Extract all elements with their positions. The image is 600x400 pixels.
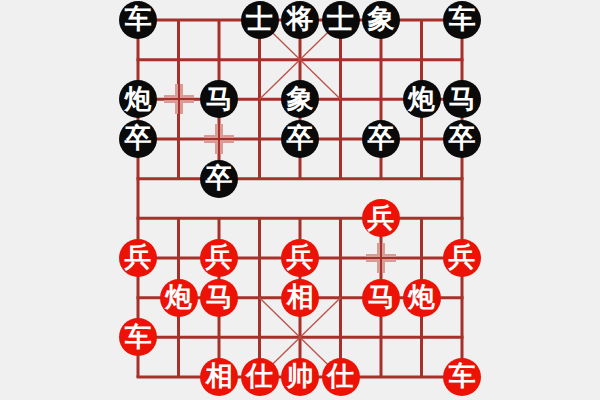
piece-black-soldier[interactable]: 卒: [443, 120, 481, 158]
piece-black-general[interactable]: 将: [281, 1, 319, 39]
point-marker-bracket: [366, 243, 380, 257]
piece-red-horse[interactable]: 马: [200, 279, 238, 317]
piece-black-cannon[interactable]: 炮: [403, 80, 441, 118]
point-marker: [204, 124, 234, 154]
piece-red-chariot[interactable]: 车: [443, 358, 481, 396]
piece-black-chariot[interactable]: 车: [443, 1, 481, 39]
xiangqi-board[interactable]: 车士将士象车炮马象炮马卒卒卒卒卒兵兵兵兵兵炮马相马炮车相仕帅仕车: [0, 0, 600, 400]
piece-black-advisor[interactable]: 士: [322, 1, 360, 39]
piece-layer: 车士将士象车炮马象炮马卒卒卒卒卒兵兵兵兵兵炮马相马炮车相仕帅仕车: [118, 0, 483, 397]
point-marker-bracket: [382, 243, 396, 257]
piece-red-cannon[interactable]: 炮: [403, 279, 441, 317]
point-marker-bracket: [180, 100, 194, 114]
point-marker-bracket: [366, 259, 380, 273]
point-marker-bracket: [204, 124, 218, 138]
piece-red-soldier[interactable]: 兵: [443, 239, 481, 277]
piece-red-general[interactable]: 帅: [281, 358, 319, 396]
point-marker-bracket: [382, 259, 396, 273]
piece-red-advisor[interactable]: 仕: [322, 358, 360, 396]
piece-black-advisor[interactable]: 士: [241, 1, 279, 39]
piece-black-horse[interactable]: 马: [200, 80, 238, 118]
piece-black-horse[interactable]: 马: [443, 80, 481, 118]
piece-red-soldier[interactable]: 兵: [200, 239, 238, 277]
piece-black-chariot[interactable]: 车: [119, 1, 157, 39]
piece-black-soldier[interactable]: 卒: [200, 160, 238, 198]
piece-red-chariot[interactable]: 车: [119, 318, 157, 356]
piece-red-soldier[interactable]: 兵: [362, 199, 400, 237]
piece-red-elephant[interactable]: 相: [281, 279, 319, 317]
piece-black-cannon[interactable]: 炮: [119, 80, 157, 118]
point-marker-bracket: [220, 140, 234, 154]
piece-red-horse[interactable]: 马: [362, 279, 400, 317]
point-marker-bracket: [180, 84, 194, 98]
piece-black-soldier[interactable]: 卒: [281, 120, 319, 158]
piece-black-soldier[interactable]: 卒: [362, 120, 400, 158]
piece-red-advisor[interactable]: 仕: [241, 358, 279, 396]
piece-red-cannon[interactable]: 炮: [160, 279, 198, 317]
piece-red-soldier[interactable]: 兵: [119, 239, 157, 277]
piece-red-elephant[interactable]: 相: [200, 358, 238, 396]
piece-red-soldier[interactable]: 兵: [281, 239, 319, 277]
point-marker-bracket: [164, 100, 178, 114]
point-marker: [164, 84, 194, 114]
point-marker-bracket: [164, 84, 178, 98]
point-marker-bracket: [220, 124, 234, 138]
piece-black-elephant[interactable]: 象: [362, 1, 400, 39]
piece-black-soldier[interactable]: 卒: [119, 120, 157, 158]
screenshot-root: 车士将士象车炮马象炮马卒卒卒卒卒兵兵兵兵兵炮马相马炮车相仕帅仕车: [0, 0, 600, 400]
point-marker-bracket: [204, 140, 218, 154]
piece-black-elephant[interactable]: 象: [281, 80, 319, 118]
point-marker: [366, 243, 396, 273]
